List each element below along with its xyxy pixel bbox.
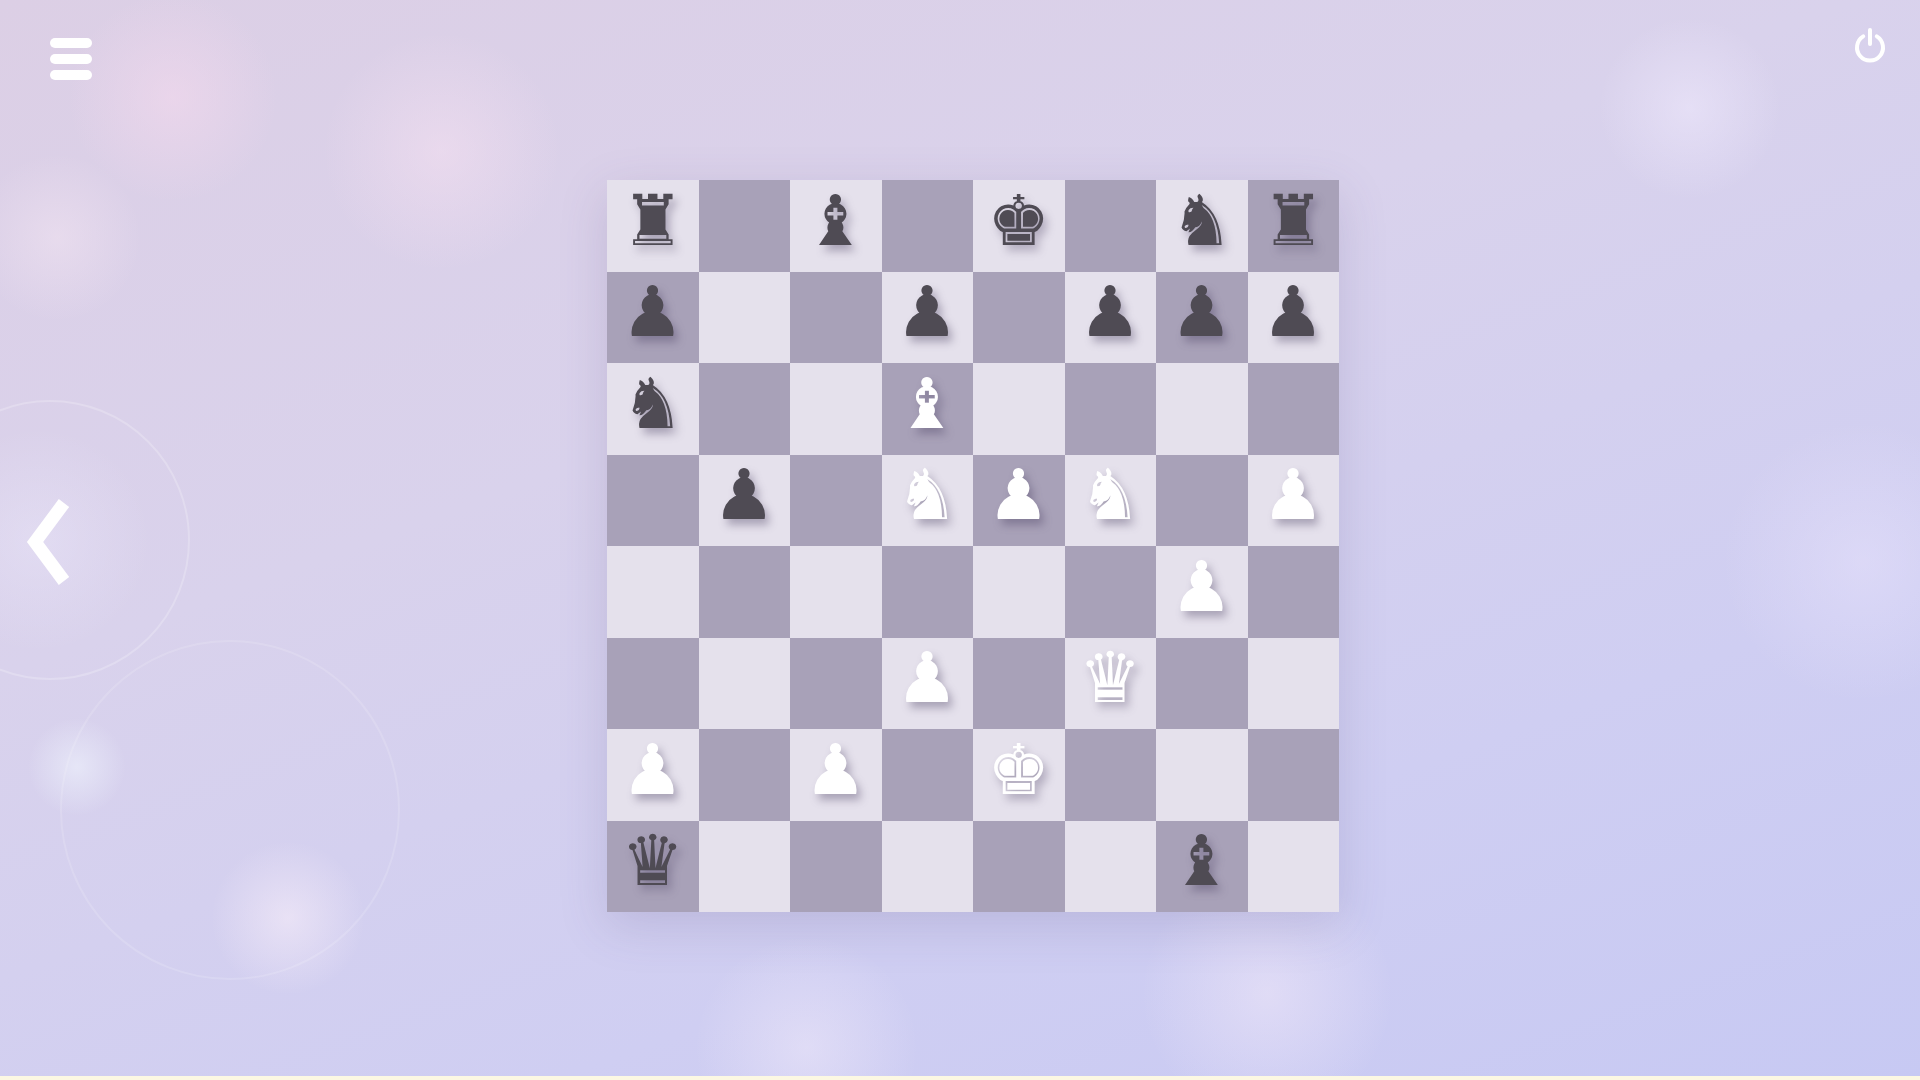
square-d5[interactable]: ♞ [882,455,974,547]
square-b4[interactable] [699,546,791,638]
square-g4[interactable]: ♟ [1156,546,1248,638]
square-h3[interactable] [1248,638,1340,730]
square-h4[interactable] [1248,546,1340,638]
back-button[interactable] [24,498,72,586]
square-d6[interactable]: ♝ [882,363,974,455]
hamburger-icon [50,38,94,80]
square-e5[interactable]: ♟ [973,455,1065,547]
square-g1[interactable]: ♝ [1156,821,1248,913]
square-f2[interactable] [1065,729,1157,821]
square-b8[interactable] [699,180,791,272]
white-pawn: ♟ [987,460,1050,530]
white-bishop: ♝ [896,369,959,439]
black-pawn: ♟ [1170,277,1233,347]
chess-board: ♜♝♚♞♜♟♟♟♟♟♞♝♟♞♟♞♟♟♟♛♟♟♚♛♝ [607,180,1339,912]
square-f5[interactable]: ♞ [1065,455,1157,547]
square-d7[interactable]: ♟ [882,272,974,364]
square-c7[interactable] [790,272,882,364]
white-pawn: ♟ [804,735,867,805]
square-b1[interactable] [699,821,791,913]
square-a8[interactable]: ♜ [607,180,699,272]
square-f1[interactable] [1065,821,1157,913]
square-c8[interactable]: ♝ [790,180,882,272]
square-h7[interactable]: ♟ [1248,272,1340,364]
chevron-left-icon [24,498,72,586]
square-c5[interactable] [790,455,882,547]
black-pawn: ♟ [621,277,684,347]
square-a4[interactable] [607,546,699,638]
square-b7[interactable] [699,272,791,364]
white-knight: ♞ [896,460,959,530]
black-knight: ♞ [621,369,684,439]
square-a2[interactable]: ♟ [607,729,699,821]
black-queen: ♛ [621,826,684,896]
square-f7[interactable]: ♟ [1065,272,1157,364]
white-knight: ♞ [1079,460,1142,530]
square-a6[interactable]: ♞ [607,363,699,455]
square-g7[interactable]: ♟ [1156,272,1248,364]
square-d3[interactable]: ♟ [882,638,974,730]
menu-button[interactable] [50,38,94,82]
square-g3[interactable] [1156,638,1248,730]
square-g8[interactable]: ♞ [1156,180,1248,272]
square-b6[interactable] [699,363,791,455]
square-c4[interactable] [790,546,882,638]
white-king: ♚ [987,735,1050,805]
square-h5[interactable]: ♟ [1248,455,1340,547]
power-button[interactable] [1850,26,1890,66]
black-pawn: ♟ [1079,277,1142,347]
square-b2[interactable] [699,729,791,821]
white-pawn: ♟ [896,643,959,713]
square-b5[interactable]: ♟ [699,455,791,547]
square-c3[interactable] [790,638,882,730]
square-f8[interactable] [1065,180,1157,272]
square-f4[interactable] [1065,546,1157,638]
square-d2[interactable] [882,729,974,821]
black-knight: ♞ [1170,186,1233,256]
square-a5[interactable] [607,455,699,547]
square-e6[interactable] [973,363,1065,455]
square-g5[interactable] [1156,455,1248,547]
square-f6[interactable] [1065,363,1157,455]
square-c2[interactable]: ♟ [790,729,882,821]
square-g2[interactable] [1156,729,1248,821]
square-e1[interactable] [973,821,1065,913]
square-c6[interactable] [790,363,882,455]
black-pawn: ♟ [896,277,959,347]
black-rook: ♜ [621,186,684,256]
square-e4[interactable] [973,546,1065,638]
square-e8[interactable]: ♚ [973,180,1065,272]
black-bishop: ♝ [1170,826,1233,896]
black-rook: ♜ [1262,186,1325,256]
square-h1[interactable] [1248,821,1340,913]
square-c1[interactable] [790,821,882,913]
square-a3[interactable] [607,638,699,730]
app-window: { "game": "chess", "position": "r1b1k1nr… [0,0,1920,1080]
square-h8[interactable]: ♜ [1248,180,1340,272]
square-g6[interactable] [1156,363,1248,455]
white-pawn: ♟ [621,735,684,805]
power-icon [1850,26,1890,66]
square-d4[interactable] [882,546,974,638]
white-queen: ♛ [1079,643,1142,713]
bokeh-ring [60,640,400,980]
square-h2[interactable] [1248,729,1340,821]
square-a7[interactable]: ♟ [607,272,699,364]
square-f3[interactable]: ♛ [1065,638,1157,730]
square-b3[interactable] [699,638,791,730]
square-h6[interactable] [1248,363,1340,455]
white-pawn: ♟ [1170,552,1233,622]
black-pawn: ♟ [713,460,776,530]
square-e2[interactable]: ♚ [973,729,1065,821]
bottom-strip [0,1076,1920,1080]
square-a1[interactable]: ♛ [607,821,699,913]
square-e3[interactable] [973,638,1065,730]
black-pawn: ♟ [1262,277,1325,347]
black-king: ♚ [987,186,1050,256]
square-e7[interactable] [973,272,1065,364]
black-bishop: ♝ [804,186,867,256]
white-pawn: ♟ [1262,460,1325,530]
square-d1[interactable] [882,821,974,913]
square-d8[interactable] [882,180,974,272]
